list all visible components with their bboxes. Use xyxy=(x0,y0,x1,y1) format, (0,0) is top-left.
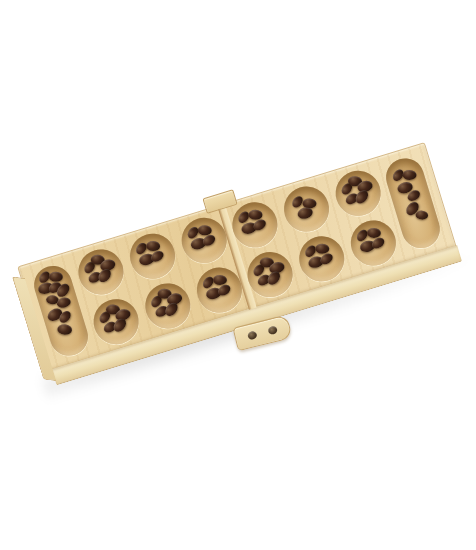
pit-left-back-1[interactable] xyxy=(73,243,129,299)
pit-right-back-2[interactable] xyxy=(278,181,334,237)
seed xyxy=(48,272,62,282)
pit-left-front-2[interactable] xyxy=(140,277,196,333)
photo-stage xyxy=(0,0,476,550)
pit-left-back-2[interactable] xyxy=(124,228,180,284)
pit-right-back-3[interactable] xyxy=(330,165,386,221)
pit-right-front-3[interactable] xyxy=(345,214,401,270)
hinge-screw xyxy=(267,325,278,335)
board-top-face xyxy=(17,142,457,372)
mancala-board xyxy=(17,142,457,372)
hinge-screw xyxy=(247,330,258,340)
pit-right-front-2[interactable] xyxy=(293,230,349,286)
seed xyxy=(402,170,416,180)
seed xyxy=(415,210,428,220)
seed xyxy=(57,324,73,336)
pit-left-front-1[interactable] xyxy=(88,293,144,349)
